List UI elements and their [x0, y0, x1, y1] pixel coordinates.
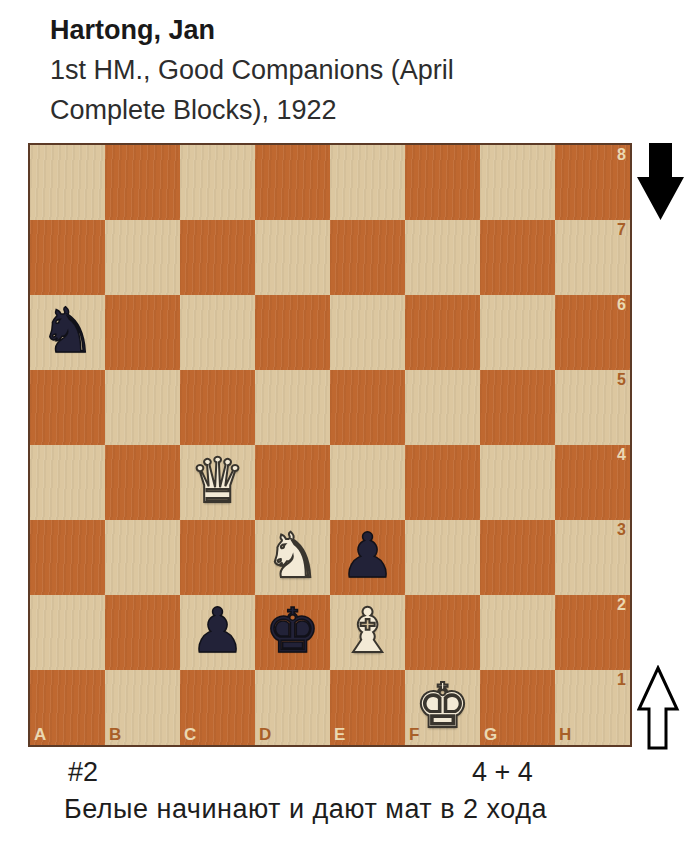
file-label-c: C	[184, 726, 196, 744]
square-c3[interactable]	[180, 520, 255, 595]
square-f7[interactable]	[405, 220, 480, 295]
rank-label-5: 5	[617, 371, 626, 389]
square-g6[interactable]	[480, 295, 555, 370]
white-queen[interactable]: ♛	[180, 445, 255, 520]
square-d5[interactable]	[255, 370, 330, 445]
square-d6[interactable]	[255, 295, 330, 370]
square-a8[interactable]	[30, 145, 105, 220]
black-knight[interactable]: ♞	[30, 295, 105, 370]
square-h3[interactable]: 3	[555, 520, 630, 595]
square-h7[interactable]: 7	[555, 220, 630, 295]
square-g7[interactable]	[480, 220, 555, 295]
rank-label-6: 6	[617, 296, 626, 314]
square-f6[interactable]	[405, 295, 480, 370]
white-bishop[interactable]: ♝	[330, 595, 405, 670]
square-e3[interactable]: ♟	[330, 520, 405, 595]
square-h8[interactable]: 8	[555, 145, 630, 220]
square-c7[interactable]	[180, 220, 255, 295]
file-label-b: B	[109, 726, 121, 744]
square-d3[interactable]: ♞	[255, 520, 330, 595]
rank-label-2: 2	[617, 596, 626, 614]
black-king[interactable]: ♚	[255, 595, 330, 670]
composer-name: Hartong, Jan	[50, 10, 650, 50]
stipulation-mate-in-2: #2	[68, 757, 98, 788]
file-label-a: A	[34, 726, 46, 744]
rank-label-7: 7	[617, 221, 626, 239]
file-label-f: F	[409, 726, 419, 744]
tourney-line-1: 1st HM., Good Companions (April	[50, 50, 650, 90]
square-a1[interactable]: A	[30, 670, 105, 745]
tourney-line-2: Complete Blocks), 1922	[50, 90, 650, 130]
chess-board: 87♞65♛4♞♟3♟♚♝2ABCDE♚FG1H	[28, 143, 632, 747]
square-d2[interactable]: ♚	[255, 595, 330, 670]
black-pawn[interactable]: ♟	[330, 520, 405, 595]
square-e6[interactable]	[330, 295, 405, 370]
square-e2[interactable]: ♝	[330, 595, 405, 670]
square-e7[interactable]	[330, 220, 405, 295]
file-label-e: E	[334, 726, 345, 744]
square-f3[interactable]	[405, 520, 480, 595]
file-label-g: G	[484, 726, 497, 744]
file-label-h: H	[559, 726, 571, 744]
square-c2[interactable]: ♟	[180, 595, 255, 670]
square-a7[interactable]	[30, 220, 105, 295]
square-b8[interactable]	[105, 145, 180, 220]
square-c4[interactable]: ♛	[180, 445, 255, 520]
square-e5[interactable]	[330, 370, 405, 445]
square-f5[interactable]	[405, 370, 480, 445]
square-b4[interactable]	[105, 445, 180, 520]
square-h4[interactable]: 4	[555, 445, 630, 520]
square-f8[interactable]	[405, 145, 480, 220]
piece-count: 4 + 4	[472, 757, 533, 788]
square-a5[interactable]	[30, 370, 105, 445]
square-g8[interactable]	[480, 145, 555, 220]
square-e1[interactable]: E	[330, 670, 405, 745]
square-b2[interactable]	[105, 595, 180, 670]
square-a3[interactable]	[30, 520, 105, 595]
square-g2[interactable]	[480, 595, 555, 670]
square-h6[interactable]: 6	[555, 295, 630, 370]
chess-board-grid: 87♞65♛4♞♟3♟♚♝2ABCDE♚FG1H	[30, 145, 630, 745]
square-b6[interactable]	[105, 295, 180, 370]
rank-label-4: 4	[617, 446, 626, 464]
square-d8[interactable]	[255, 145, 330, 220]
square-h2[interactable]: 2	[555, 595, 630, 670]
square-f4[interactable]	[405, 445, 480, 520]
rank-label-8: 8	[617, 146, 626, 164]
square-b5[interactable]	[105, 370, 180, 445]
square-a2[interactable]	[30, 595, 105, 670]
square-d4[interactable]	[255, 445, 330, 520]
caption-russian: Белые начинают и дают мат в 2 хода	[64, 794, 547, 825]
square-g1[interactable]: G	[480, 670, 555, 745]
white-knight[interactable]: ♞	[255, 520, 330, 595]
rank-label-1: 1	[617, 671, 626, 689]
square-a4[interactable]	[30, 445, 105, 520]
square-c5[interactable]	[180, 370, 255, 445]
black-down-arrow	[636, 143, 686, 221]
white-up-arrow	[637, 665, 681, 751]
rank-label-3: 3	[617, 521, 626, 539]
square-b3[interactable]	[105, 520, 180, 595]
square-d1[interactable]: D	[255, 670, 330, 745]
square-f1[interactable]: ♚F	[405, 670, 480, 745]
square-f2[interactable]	[405, 595, 480, 670]
square-c8[interactable]	[180, 145, 255, 220]
square-c6[interactable]	[180, 295, 255, 370]
square-b7[interactable]	[105, 220, 180, 295]
black-pawn[interactable]: ♟	[180, 595, 255, 670]
square-g3[interactable]	[480, 520, 555, 595]
square-d7[interactable]	[255, 220, 330, 295]
square-b1[interactable]: B	[105, 670, 180, 745]
square-h1[interactable]: 1H	[555, 670, 630, 745]
problem-header: Hartong, Jan 1st HM., Good Companions (A…	[50, 10, 650, 130]
square-c1[interactable]: C	[180, 670, 255, 745]
square-h5[interactable]: 5	[555, 370, 630, 445]
square-e8[interactable]	[330, 145, 405, 220]
square-g4[interactable]	[480, 445, 555, 520]
square-a6[interactable]: ♞	[30, 295, 105, 370]
file-label-d: D	[259, 726, 271, 744]
square-g5[interactable]	[480, 370, 555, 445]
square-e4[interactable]	[330, 445, 405, 520]
